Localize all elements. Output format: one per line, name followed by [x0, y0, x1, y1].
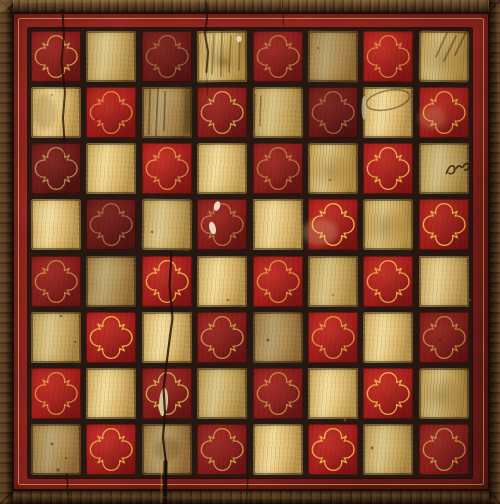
- square-c8: [142, 31, 192, 82]
- square-a2: [31, 368, 82, 419]
- square-a3: [31, 312, 82, 363]
- quatrefoil-motif: [32, 256, 81, 305]
- square-e4: [252, 255, 302, 306]
- quatrefoil-motif: [87, 425, 135, 474]
- square-c7: [142, 87, 193, 138]
- square-h2: [419, 368, 470, 419]
- square-g8: [363, 31, 414, 82]
- square-a8: [31, 31, 81, 82]
- square-e6: [252, 143, 302, 194]
- square-h6: [419, 143, 469, 194]
- quatrefoil-motif: [198, 88, 247, 137]
- square-g7: [363, 87, 413, 138]
- square-d5: [197, 199, 248, 250]
- square-f2: [308, 368, 358, 419]
- quatrefoil-motif: [364, 257, 412, 306]
- square-f8: [308, 31, 359, 82]
- square-f7: [308, 87, 358, 138]
- quatrefoil-motif: [364, 144, 412, 193]
- square-e5: [252, 199, 302, 250]
- square-a7: [31, 87, 81, 138]
- square-f1: [308, 424, 359, 475]
- square-e3: [252, 312, 303, 363]
- square-a5: [31, 199, 82, 250]
- square-e2: [252, 368, 303, 419]
- square-d1: [197, 424, 248, 475]
- square-b2: [86, 368, 136, 419]
- square-g1: [363, 424, 413, 475]
- quatrefoil-motif: [253, 369, 302, 418]
- quatrefoil-motif: [364, 32, 413, 81]
- square-d3: [197, 311, 248, 362]
- quatrefoil-motif: [143, 144, 192, 193]
- square-e8: [252, 31, 302, 82]
- square-c6: [142, 143, 193, 194]
- square-b5: [86, 199, 137, 250]
- quatrefoil-motif: [309, 88, 357, 137]
- square-h5: [419, 199, 470, 250]
- wood-frame-bottom: [0, 490, 500, 504]
- square-e7: [252, 87, 303, 138]
- square-b3: [86, 312, 137, 363]
- square-b6: [86, 143, 137, 194]
- square-h3: [419, 312, 470, 363]
- quatrefoil-motif: [32, 32, 80, 81]
- quatrefoil-motif: [309, 313, 358, 362]
- square-g2: [363, 368, 414, 419]
- quatrefoil-motif: [198, 200, 247, 249]
- square-b1: [86, 424, 136, 475]
- square-e1: [252, 424, 302, 475]
- quatrefoil-motif: [87, 88, 136, 137]
- square-c3: [142, 312, 192, 363]
- square-g3: [363, 312, 413, 363]
- square-d6: [197, 143, 247, 194]
- quatrefoil-motif: [143, 256, 192, 305]
- square-f5: [308, 199, 359, 250]
- quatrefoil-motif: [143, 32, 191, 81]
- square-h7: [419, 87, 470, 138]
- square-d2: [197, 368, 248, 419]
- square-d4: [197, 255, 247, 306]
- quatrefoil-motif: [87, 313, 136, 362]
- square-f6: [308, 143, 359, 194]
- quatrefoil-motif: [309, 200, 358, 249]
- square-c4: [142, 255, 193, 306]
- quatrefoil-motif: [32, 144, 81, 193]
- quatrefoil-motif: [364, 369, 413, 418]
- square-g4: [363, 255, 413, 306]
- square-a6: [31, 143, 82, 194]
- square-h4: [419, 255, 469, 306]
- square-a4: [31, 255, 82, 306]
- square-h1: [418, 424, 469, 475]
- quatrefoil-motif: [253, 256, 301, 305]
- quatrefoil-motif: [420, 88, 469, 137]
- square-b4: [86, 255, 136, 306]
- quatrefoil-motif: [87, 200, 136, 249]
- square-c1: [142, 424, 192, 475]
- quatrefoil-motif: [143, 369, 192, 418]
- square-f4: [308, 255, 359, 306]
- square-d8: [197, 31, 248, 82]
- quatrefoil-motif: [420, 200, 469, 249]
- square-b8: [86, 31, 136, 82]
- quatrefoil-motif: [253, 144, 301, 193]
- checkerboard-grid: [28, 28, 472, 478]
- square-c2: [142, 368, 193, 419]
- antique-checkerboard-photo: [0, 0, 500, 504]
- quatrefoil-motif: [253, 32, 301, 81]
- wood-frame-right: [489, 0, 500, 504]
- square-f3: [308, 312, 359, 363]
- square-b7: [86, 87, 137, 138]
- quatrefoil-motif: [198, 313, 247, 362]
- square-c5: [142, 199, 193, 250]
- painted-red-margin: [12, 12, 490, 491]
- square-d7: [197, 87, 248, 138]
- quatrefoil-motif: [420, 313, 469, 362]
- quatrefoil-motif: [32, 369, 81, 418]
- square-a1: [31, 424, 81, 475]
- quatrefoil-motif: [198, 425, 247, 474]
- square-g5: [363, 199, 414, 250]
- square-h8: [418, 31, 469, 82]
- quatrefoil-motif: [309, 425, 358, 474]
- square-g6: [363, 143, 413, 194]
- quatrefoil-motif: [419, 425, 468, 474]
